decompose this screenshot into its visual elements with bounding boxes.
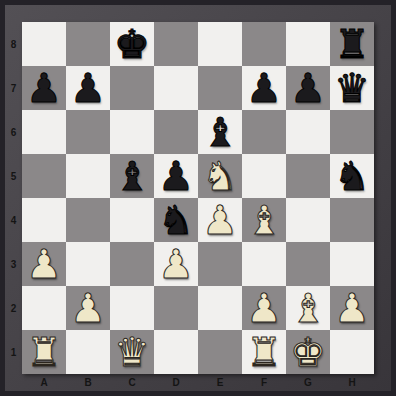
black-bishop[interactable]: ♝ <box>114 154 150 198</box>
square-a7[interactable]: ♟ <box>22 66 66 110</box>
square-a8[interactable] <box>22 22 66 66</box>
square-e6[interactable]: ♝ <box>198 110 242 154</box>
square-d3[interactable]: ♟ <box>154 242 198 286</box>
square-h8[interactable]: ♜ <box>330 22 374 66</box>
black-rook[interactable]: ♜ <box>334 22 370 66</box>
square-g5[interactable] <box>286 154 330 198</box>
square-e5[interactable]: ♞ <box>198 154 242 198</box>
file-label-e: E <box>198 374 242 391</box>
square-e3[interactable] <box>198 242 242 286</box>
square-b8[interactable] <box>66 22 110 66</box>
square-f6[interactable] <box>242 110 286 154</box>
square-h4[interactable] <box>330 198 374 242</box>
chess-board-frame: 87654321 ♚♜♟♟♟♟♛♝♝♟♞♞♞♟♝♟♟♟♟♝♟♜♛♜♚ ABCDE… <box>0 0 396 396</box>
white-pawn[interactable]: ♟ <box>70 286 106 330</box>
rank-label-5: 5 <box>5 154 22 198</box>
black-pawn[interactable]: ♟ <box>70 66 106 110</box>
square-f5[interactable] <box>242 154 286 198</box>
square-c8[interactable]: ♚ <box>110 22 154 66</box>
chess-board: ♚♜♟♟♟♟♛♝♝♟♞♞♞♟♝♟♟♟♟♝♟♜♛♜♚ <box>22 22 374 374</box>
square-a2[interactable] <box>22 286 66 330</box>
white-knight[interactable]: ♞ <box>202 154 238 198</box>
square-c2[interactable] <box>110 286 154 330</box>
square-e8[interactable] <box>198 22 242 66</box>
white-bishop[interactable]: ♝ <box>246 198 282 242</box>
square-h3[interactable] <box>330 242 374 286</box>
square-c7[interactable] <box>110 66 154 110</box>
white-pawn[interactable]: ♟ <box>26 242 62 286</box>
square-h5[interactable]: ♞ <box>330 154 374 198</box>
square-b4[interactable] <box>66 198 110 242</box>
square-c3[interactable] <box>110 242 154 286</box>
square-a6[interactable] <box>22 110 66 154</box>
black-knight[interactable]: ♞ <box>334 154 370 198</box>
rank-label-1: 1 <box>5 330 22 374</box>
white-pawn[interactable]: ♟ <box>334 286 370 330</box>
square-g7[interactable]: ♟ <box>286 66 330 110</box>
rank-label-6: 6 <box>5 110 22 154</box>
file-label-d: D <box>154 374 198 391</box>
white-pawn[interactable]: ♟ <box>158 242 194 286</box>
white-pawn[interactable]: ♟ <box>246 286 282 330</box>
square-d6[interactable] <box>154 110 198 154</box>
square-a4[interactable] <box>22 198 66 242</box>
rank-label-4: 4 <box>5 198 22 242</box>
square-f2[interactable]: ♟ <box>242 286 286 330</box>
square-g8[interactable] <box>286 22 330 66</box>
square-b2[interactable]: ♟ <box>66 286 110 330</box>
square-e1[interactable] <box>198 330 242 374</box>
black-pawn[interactable]: ♟ <box>290 66 326 110</box>
square-e7[interactable] <box>198 66 242 110</box>
square-c6[interactable] <box>110 110 154 154</box>
black-bishop[interactable]: ♝ <box>202 110 238 154</box>
black-pawn[interactable]: ♟ <box>246 66 282 110</box>
rank-label-2: 2 <box>5 286 22 330</box>
rank-label-7: 7 <box>5 66 22 110</box>
square-b6[interactable] <box>66 110 110 154</box>
square-g1[interactable]: ♚ <box>286 330 330 374</box>
square-b7[interactable]: ♟ <box>66 66 110 110</box>
square-b3[interactable] <box>66 242 110 286</box>
file-label-f: F <box>242 374 286 391</box>
file-labels: ABCDEFGH <box>22 374 374 391</box>
file-label-h: H <box>330 374 374 391</box>
square-e2[interactable] <box>198 286 242 330</box>
black-king[interactable]: ♚ <box>114 22 150 66</box>
square-c4[interactable] <box>110 198 154 242</box>
black-queen[interactable]: ♛ <box>334 66 370 110</box>
square-a1[interactable]: ♜ <box>22 330 66 374</box>
square-d8[interactable] <box>154 22 198 66</box>
square-c5[interactable]: ♝ <box>110 154 154 198</box>
white-pawn[interactable]: ♟ <box>202 198 238 242</box>
square-f3[interactable] <box>242 242 286 286</box>
square-a5[interactable] <box>22 154 66 198</box>
black-knight[interactable]: ♞ <box>158 198 194 242</box>
square-f1[interactable]: ♜ <box>242 330 286 374</box>
square-d7[interactable] <box>154 66 198 110</box>
square-h7[interactable]: ♛ <box>330 66 374 110</box>
file-label-c: C <box>110 374 154 391</box>
white-rook[interactable]: ♜ <box>246 330 282 374</box>
square-f8[interactable] <box>242 22 286 66</box>
square-h1[interactable] <box>330 330 374 374</box>
square-g4[interactable] <box>286 198 330 242</box>
square-h6[interactable] <box>330 110 374 154</box>
black-pawn[interactable]: ♟ <box>158 154 194 198</box>
black-pawn[interactable]: ♟ <box>26 66 62 110</box>
square-g2[interactable]: ♝ <box>286 286 330 330</box>
square-f4[interactable]: ♝ <box>242 198 286 242</box>
square-b1[interactable] <box>66 330 110 374</box>
rank-label-8: 8 <box>5 22 22 66</box>
square-d5[interactable]: ♟ <box>154 154 198 198</box>
file-label-a: A <box>22 374 66 391</box>
file-label-b: B <box>66 374 110 391</box>
rank-labels: 87654321 <box>5 22 22 374</box>
square-f7[interactable]: ♟ <box>242 66 286 110</box>
square-d1[interactable] <box>154 330 198 374</box>
square-d4[interactable]: ♞ <box>154 198 198 242</box>
white-queen[interactable]: ♛ <box>114 330 150 374</box>
square-a3[interactable]: ♟ <box>22 242 66 286</box>
file-label-g: G <box>286 374 330 391</box>
square-e4[interactable]: ♟ <box>198 198 242 242</box>
rank-label-3: 3 <box>5 242 22 286</box>
square-d2[interactable] <box>154 286 198 330</box>
white-bishop[interactable]: ♝ <box>290 286 326 330</box>
square-g3[interactable] <box>286 242 330 286</box>
white-king[interactable]: ♚ <box>290 330 326 374</box>
square-b5[interactable] <box>66 154 110 198</box>
white-rook[interactable]: ♜ <box>26 330 62 374</box>
square-g6[interactable] <box>286 110 330 154</box>
square-h2[interactable]: ♟ <box>330 286 374 330</box>
square-c1[interactable]: ♛ <box>110 330 154 374</box>
